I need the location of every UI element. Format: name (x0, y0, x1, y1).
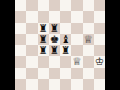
piece-white-queen: ♕ (83, 34, 92, 45)
piece-black-rook: ♜ (50, 23, 59, 34)
piece-black-king: ♚ (50, 34, 59, 45)
square-c1[interactable] (38, 79, 49, 90)
square-c8[interactable] (38, 0, 49, 11)
square-b1[interactable] (26, 79, 37, 90)
piece-black-rook: ♜ (61, 45, 70, 56)
square-f4[interactable] (71, 45, 82, 56)
square-b7[interactable] (26, 11, 37, 22)
square-d4[interactable]: ♜ (49, 45, 60, 56)
square-g6[interactable] (83, 23, 94, 34)
square-e2[interactable] (60, 68, 71, 79)
chess-board: ♜♜♜♚♝♕♜♜♜♕♔ (15, 0, 105, 90)
square-g4[interactable] (83, 45, 94, 56)
square-a5[interactable] (15, 34, 26, 45)
square-f2[interactable] (71, 68, 82, 79)
square-a8[interactable] (15, 0, 26, 11)
square-g5[interactable]: ♕ (83, 34, 94, 45)
square-d6[interactable]: ♜ (49, 23, 60, 34)
piece-white-king: ♔ (95, 56, 104, 67)
square-d8[interactable] (49, 0, 60, 11)
square-f7[interactable] (71, 11, 82, 22)
square-f6[interactable] (71, 23, 82, 34)
square-b6[interactable] (26, 23, 37, 34)
square-c7[interactable] (38, 11, 49, 22)
square-h7[interactable] (94, 11, 105, 22)
square-c2[interactable] (38, 68, 49, 79)
square-h5[interactable] (94, 34, 105, 45)
square-g7[interactable] (83, 11, 94, 22)
piece-black-rook: ♜ (38, 23, 47, 34)
square-f3[interactable]: ♕ (71, 56, 82, 67)
square-d2[interactable] (49, 68, 60, 79)
square-a1[interactable] (15, 79, 26, 90)
square-b2[interactable] (26, 68, 37, 79)
piece-white-queen: ♕ (72, 56, 81, 67)
square-f8[interactable] (71, 0, 82, 11)
square-d5[interactable]: ♚ (49, 34, 60, 45)
square-h4[interactable] (94, 45, 105, 56)
square-a4[interactable] (15, 45, 26, 56)
square-h1[interactable] (94, 79, 105, 90)
square-b3[interactable] (26, 56, 37, 67)
square-h2[interactable] (94, 68, 105, 79)
square-e5[interactable]: ♝ (60, 34, 71, 45)
square-a3[interactable] (15, 56, 26, 67)
square-c4[interactable]: ♜ (38, 45, 49, 56)
letterboxed-stage: ♜♜♜♚♝♕♜♜♜♕♔ (0, 0, 120, 90)
square-e1[interactable] (60, 79, 71, 90)
piece-black-rook: ♜ (38, 45, 47, 56)
piece-black-rook: ♜ (50, 45, 59, 56)
square-g8[interactable] (83, 0, 94, 11)
square-e6[interactable] (60, 23, 71, 34)
square-c6[interactable]: ♜ (38, 23, 49, 34)
piece-black-bishop: ♝ (61, 34, 70, 45)
square-c5[interactable]: ♜ (38, 34, 49, 45)
square-h3[interactable]: ♔ (94, 56, 105, 67)
square-e8[interactable] (60, 0, 71, 11)
square-d1[interactable] (49, 79, 60, 90)
square-e3[interactable] (60, 56, 71, 67)
square-f1[interactable] (71, 79, 82, 90)
square-d7[interactable] (49, 11, 60, 22)
square-g1[interactable] (83, 79, 94, 90)
square-a7[interactable] (15, 11, 26, 22)
piece-black-rook: ♜ (38, 34, 47, 45)
square-a2[interactable] (15, 68, 26, 79)
square-g3[interactable] (83, 56, 94, 67)
square-d3[interactable] (49, 56, 60, 67)
square-a6[interactable] (15, 23, 26, 34)
square-g2[interactable] (83, 68, 94, 79)
square-f5[interactable] (71, 34, 82, 45)
square-e7[interactable] (60, 11, 71, 22)
square-h8[interactable] (94, 0, 105, 11)
square-b4[interactable] (26, 45, 37, 56)
square-b5[interactable] (26, 34, 37, 45)
square-c3[interactable] (38, 56, 49, 67)
square-h6[interactable] (94, 23, 105, 34)
square-b8[interactable] (26, 0, 37, 11)
square-e4[interactable]: ♜ (60, 45, 71, 56)
